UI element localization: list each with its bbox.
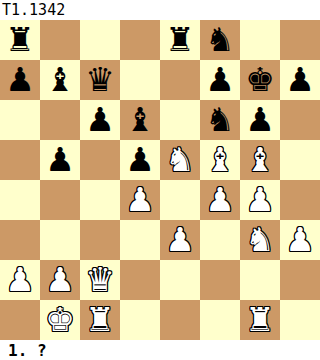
square-g6[interactable]: ♟	[240, 100, 280, 140]
black-rook: ♜	[165, 20, 195, 60]
black-pawn: ♟	[5, 60, 35, 100]
white-queen: ♛	[85, 260, 115, 300]
square-h1[interactable]	[280, 300, 320, 340]
square-b7[interactable]: ♝	[40, 60, 80, 100]
white-pawn: ♟	[125, 180, 155, 220]
square-h2[interactable]	[280, 260, 320, 300]
square-f4[interactable]: ♟	[200, 180, 240, 220]
black-pawn: ♟	[285, 60, 315, 100]
square-h6[interactable]	[280, 100, 320, 140]
square-f7[interactable]: ♟	[200, 60, 240, 100]
white-rook: ♜	[245, 300, 275, 340]
square-f6[interactable]: ♞	[200, 100, 240, 140]
chess-puzzle-app: T1.1342 ♜♜♞♟♝♛♟♚♟♟♝♞♟♟♟♞♝♝♟♟♟♟♞♟♟♟♛♚♜♜ 1…	[0, 0, 320, 360]
square-g1[interactable]: ♜	[240, 300, 280, 340]
white-bishop: ♝	[245, 140, 275, 180]
white-pawn: ♟	[205, 180, 235, 220]
square-g8[interactable]	[240, 20, 280, 60]
black-pawn: ♟	[85, 100, 115, 140]
square-d1[interactable]	[120, 300, 160, 340]
square-e3[interactable]: ♟	[160, 220, 200, 260]
square-a8[interactable]: ♜	[0, 20, 40, 60]
square-h3[interactable]: ♟	[280, 220, 320, 260]
square-d3[interactable]	[120, 220, 160, 260]
square-c7[interactable]: ♛	[80, 60, 120, 100]
square-e5[interactable]: ♞	[160, 140, 200, 180]
square-f3[interactable]	[200, 220, 240, 260]
square-h5[interactable]	[280, 140, 320, 180]
square-a7[interactable]: ♟	[0, 60, 40, 100]
square-f5[interactable]: ♝	[200, 140, 240, 180]
square-a4[interactable]	[0, 180, 40, 220]
square-d8[interactable]	[120, 20, 160, 60]
white-pawn: ♟	[5, 260, 35, 300]
puzzle-header: T1.1342	[0, 0, 320, 20]
black-pawn: ♟	[125, 140, 155, 180]
square-e2[interactable]	[160, 260, 200, 300]
square-f2[interactable]	[200, 260, 240, 300]
white-pawn: ♟	[245, 180, 275, 220]
square-a6[interactable]	[0, 100, 40, 140]
square-e1[interactable]	[160, 300, 200, 340]
square-d2[interactable]	[120, 260, 160, 300]
puzzle-title: T1.1342	[2, 1, 65, 19]
black-queen: ♛	[85, 60, 115, 100]
square-c2[interactable]: ♛	[80, 260, 120, 300]
square-a2[interactable]: ♟	[0, 260, 40, 300]
chess-board: ♜♜♞♟♝♛♟♚♟♟♝♞♟♟♟♞♝♝♟♟♟♟♞♟♟♟♛♚♜♜	[0, 20, 320, 340]
square-g3[interactable]: ♞	[240, 220, 280, 260]
black-bishop: ♝	[45, 60, 75, 100]
square-b3[interactable]	[40, 220, 80, 260]
white-knight: ♞	[245, 220, 275, 260]
black-pawn: ♟	[45, 140, 75, 180]
square-e8[interactable]: ♜	[160, 20, 200, 60]
square-e7[interactable]	[160, 60, 200, 100]
square-b8[interactable]	[40, 20, 80, 60]
black-bishop: ♝	[125, 100, 155, 140]
square-b1[interactable]: ♚	[40, 300, 80, 340]
square-d4[interactable]: ♟	[120, 180, 160, 220]
square-c1[interactable]: ♜	[80, 300, 120, 340]
move-prompt: 1. ?	[8, 341, 47, 360]
square-g7[interactable]: ♚	[240, 60, 280, 100]
square-g4[interactable]: ♟	[240, 180, 280, 220]
square-c3[interactable]	[80, 220, 120, 260]
square-a5[interactable]	[0, 140, 40, 180]
white-knight: ♞	[165, 140, 195, 180]
square-c8[interactable]	[80, 20, 120, 60]
black-knight: ♞	[205, 20, 235, 60]
black-king: ♚	[245, 60, 275, 100]
square-h4[interactable]	[280, 180, 320, 220]
white-pawn: ♟	[165, 220, 195, 260]
square-f8[interactable]: ♞	[200, 20, 240, 60]
white-bishop: ♝	[205, 140, 235, 180]
move-prompt-bar: 1. ?	[0, 340, 320, 360]
white-pawn: ♟	[285, 220, 315, 260]
square-f1[interactable]	[200, 300, 240, 340]
black-rook: ♜	[5, 20, 35, 60]
black-pawn: ♟	[245, 100, 275, 140]
square-c5[interactable]	[80, 140, 120, 180]
square-b2[interactable]: ♟	[40, 260, 80, 300]
square-d5[interactable]: ♟	[120, 140, 160, 180]
square-g2[interactable]	[240, 260, 280, 300]
square-h7[interactable]: ♟	[280, 60, 320, 100]
square-c4[interactable]	[80, 180, 120, 220]
square-a1[interactable]	[0, 300, 40, 340]
square-e6[interactable]	[160, 100, 200, 140]
square-d6[interactable]: ♝	[120, 100, 160, 140]
black-knight: ♞	[205, 100, 235, 140]
white-pawn: ♟	[45, 260, 75, 300]
square-b6[interactable]	[40, 100, 80, 140]
square-h8[interactable]	[280, 20, 320, 60]
square-e4[interactable]	[160, 180, 200, 220]
white-king: ♚	[45, 300, 75, 340]
square-c6[interactable]: ♟	[80, 100, 120, 140]
square-a3[interactable]	[0, 220, 40, 260]
square-b5[interactable]: ♟	[40, 140, 80, 180]
square-d7[interactable]	[120, 60, 160, 100]
black-pawn: ♟	[205, 60, 235, 100]
white-rook: ♜	[85, 300, 115, 340]
square-b4[interactable]	[40, 180, 80, 220]
square-g5[interactable]: ♝	[240, 140, 280, 180]
